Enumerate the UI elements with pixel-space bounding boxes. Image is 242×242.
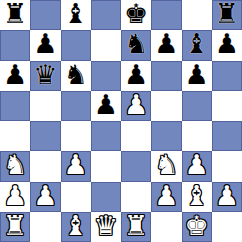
piece-white-knight[interactable]: ♞: [3, 151, 27, 180]
square-d4[interactable]: [91, 121, 121, 151]
square-a3[interactable]: ♞: [0, 151, 30, 181]
piece-black-pawn[interactable]: ♟: [94, 91, 118, 120]
square-d6[interactable]: [91, 61, 121, 91]
square-b7[interactable]: ♟: [30, 30, 60, 60]
square-g8[interactable]: [182, 0, 212, 30]
square-d3[interactable]: [91, 151, 121, 181]
square-b5[interactable]: [30, 91, 60, 121]
piece-black-queen[interactable]: ♛: [33, 61, 57, 90]
square-c7[interactable]: [61, 30, 91, 60]
square-e8[interactable]: ♚: [121, 0, 151, 30]
square-b1[interactable]: [30, 212, 60, 242]
piece-black-pawn[interactable]: ♟: [124, 61, 148, 90]
square-a6[interactable]: ♟: [0, 61, 30, 91]
square-c5[interactable]: [61, 91, 91, 121]
piece-black-knight[interactable]: ♞: [64, 61, 88, 90]
square-b2[interactable]: ♟: [30, 182, 60, 212]
square-f1[interactable]: [151, 212, 181, 242]
square-g7[interactable]: ♝: [182, 30, 212, 60]
piece-white-bishop[interactable]: ♝: [64, 212, 88, 241]
square-h7[interactable]: ♟: [212, 30, 242, 60]
square-c6[interactable]: ♞: [61, 61, 91, 91]
square-b3[interactable]: [30, 151, 60, 181]
piece-black-pawn[interactable]: ♟: [154, 30, 178, 59]
piece-black-pawn[interactable]: ♟: [185, 61, 209, 90]
square-c4[interactable]: [61, 121, 91, 151]
square-d1[interactable]: ♛: [91, 212, 121, 242]
piece-white-pawn[interactable]: ♟: [33, 182, 57, 211]
square-a7[interactable]: [0, 30, 30, 60]
piece-white-bishop[interactable]: ♝: [185, 182, 209, 211]
square-h1[interactable]: [212, 212, 242, 242]
square-b6[interactable]: ♛: [30, 61, 60, 91]
piece-white-pawn[interactable]: ♟: [215, 182, 239, 211]
square-a4[interactable]: [0, 121, 30, 151]
square-c8[interactable]: ♝: [61, 0, 91, 30]
square-b8[interactable]: [30, 0, 60, 30]
piece-black-pawn[interactable]: ♟: [3, 61, 27, 90]
square-c1[interactable]: ♝: [61, 212, 91, 242]
piece-white-rook[interactable]: ♜: [3, 212, 27, 241]
square-g1[interactable]: ♚: [182, 212, 212, 242]
square-g3[interactable]: ♟: [182, 151, 212, 181]
square-e2[interactable]: [121, 182, 151, 212]
piece-black-rook[interactable]: ♜: [215, 0, 239, 29]
square-f3[interactable]: ♞: [151, 151, 181, 181]
piece-white-pawn[interactable]: ♟: [64, 151, 88, 180]
square-f4[interactable]: [151, 121, 181, 151]
square-f5[interactable]: [151, 91, 181, 121]
square-g4[interactable]: [182, 121, 212, 151]
square-c3[interactable]: ♟: [61, 151, 91, 181]
square-e3[interactable]: [121, 151, 151, 181]
square-g2[interactable]: ♝: [182, 182, 212, 212]
square-h3[interactable]: [212, 151, 242, 181]
square-a2[interactable]: ♟: [0, 182, 30, 212]
square-f2[interactable]: ♟: [151, 182, 181, 212]
square-g6[interactable]: ♟: [182, 61, 212, 91]
square-f6[interactable]: [151, 61, 181, 91]
piece-white-knight[interactable]: ♞: [154, 151, 178, 180]
square-h8[interactable]: ♜: [212, 0, 242, 30]
square-h2[interactable]: ♟: [212, 182, 242, 212]
square-h4[interactable]: [212, 121, 242, 151]
chess-board: ♜♝♚♜♟♞♟♝♟♟♛♞♟♟♟♟♞♟♞♟♟♟♟♝♟♜♝♛♜♚: [0, 0, 242, 242]
piece-black-pawn[interactable]: ♟: [215, 30, 239, 59]
square-f7[interactable]: ♟: [151, 30, 181, 60]
square-e1[interactable]: ♜: [121, 212, 151, 242]
square-d7[interactable]: [91, 30, 121, 60]
square-f8[interactable]: [151, 0, 181, 30]
square-c2[interactable]: [61, 182, 91, 212]
piece-black-knight[interactable]: ♞: [124, 30, 148, 59]
chess-board-window: ♜♝♚♜♟♞♟♝♟♟♛♞♟♟♟♟♞♟♞♟♟♟♟♝♟♜♝♛♜♚: [0, 0, 242, 242]
piece-white-pawn[interactable]: ♟: [124, 91, 148, 120]
piece-black-rook[interactable]: ♜: [3, 0, 27, 29]
piece-white-pawn[interactable]: ♟: [154, 182, 178, 211]
piece-white-pawn[interactable]: ♟: [3, 182, 27, 211]
square-a1[interactable]: ♜: [0, 212, 30, 242]
square-h6[interactable]: [212, 61, 242, 91]
square-d5[interactable]: ♟: [91, 91, 121, 121]
square-d8[interactable]: [91, 0, 121, 30]
piece-white-queen[interactable]: ♛: [94, 212, 118, 241]
square-e4[interactable]: [121, 121, 151, 151]
piece-black-pawn[interactable]: ♟: [33, 30, 57, 59]
square-e6[interactable]: ♟: [121, 61, 151, 91]
piece-white-rook[interactable]: ♜: [124, 212, 148, 241]
square-e5[interactable]: ♟: [121, 91, 151, 121]
square-g5[interactable]: [182, 91, 212, 121]
square-h5[interactable]: [212, 91, 242, 121]
piece-white-pawn[interactable]: ♟: [185, 151, 209, 180]
square-e7[interactable]: ♞: [121, 30, 151, 60]
piece-white-king[interactable]: ♚: [185, 212, 209, 241]
square-a5[interactable]: [0, 91, 30, 121]
piece-black-bishop[interactable]: ♝: [64, 0, 88, 29]
square-b4[interactable]: [30, 121, 60, 151]
piece-black-king[interactable]: ♚: [124, 0, 148, 29]
square-a8[interactable]: ♜: [0, 0, 30, 30]
piece-black-bishop[interactable]: ♝: [185, 30, 209, 59]
square-d2[interactable]: [91, 182, 121, 212]
